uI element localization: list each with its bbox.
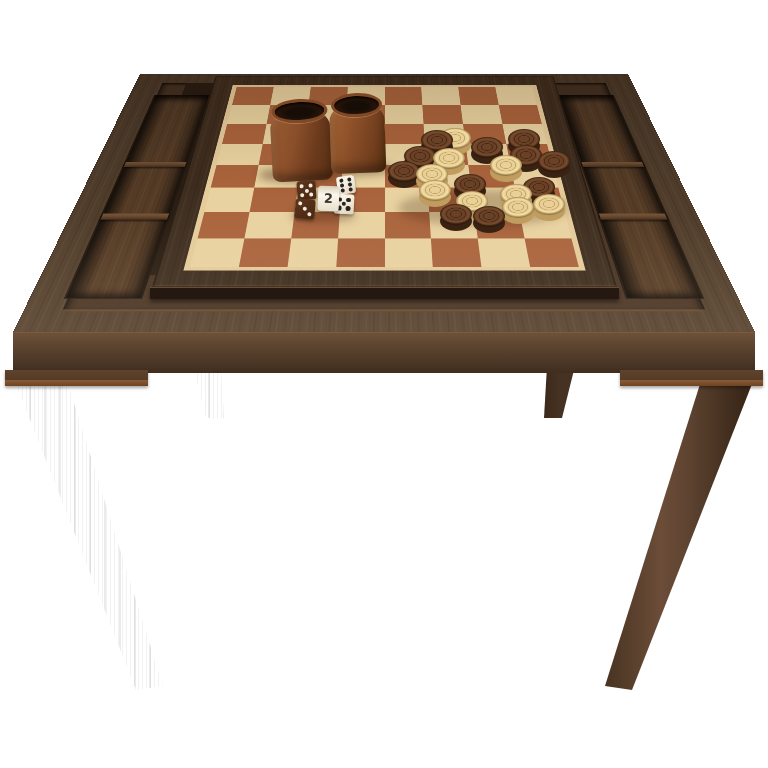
die-pip [347,178,351,182]
die-pip [340,183,344,187]
checker-light [533,194,565,221]
die-pip [309,192,313,196]
game-table-photo: 2 [0,0,768,768]
checker-dark [440,204,472,231]
checker-dark [538,151,570,178]
die-pip [300,184,304,188]
dice-cup-right [329,92,387,174]
pieces-layer: 2 [0,0,768,768]
doubling-cube: 2 [318,186,340,212]
checker-light [419,180,451,207]
die-pip [300,193,304,197]
checker-light [502,197,534,224]
die-pip [342,202,347,207]
die-pip [348,187,352,191]
die-pip [304,188,308,192]
die-pip [346,206,351,211]
die-pip [341,188,345,192]
checker-light [490,155,522,182]
doubling-cube-value: 2 [324,191,334,206]
die-pip [347,182,351,186]
brown-die-3 [294,198,316,220]
die-pip [307,212,312,217]
die-pip [308,184,312,188]
checker-dark [473,206,505,233]
die-pip [346,198,351,203]
die-pip [340,179,344,183]
dice-cup-left [269,97,333,182]
die-pip [298,201,303,206]
die-pip [303,207,308,212]
